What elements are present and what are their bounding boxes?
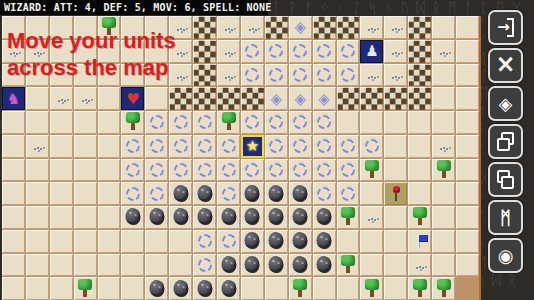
sand-tile[interactable] (121, 230, 144, 253)
rock-tile[interactable] (241, 206, 264, 229)
tree-tile[interactable] (408, 277, 431, 300)
rock-tile-icon (317, 256, 332, 273)
shrine-flower-tile-glyph: ◈ (289, 87, 312, 110)
sand-tile[interactable] (121, 277, 144, 300)
checker-wall-tile[interactable] (384, 87, 407, 110)
sand-tile[interactable] (456, 87, 479, 110)
sand-tile[interactable] (337, 277, 360, 300)
rock-tile[interactable] (313, 230, 336, 253)
sand-tile[interactable] (2, 159, 25, 182)
sand-tile[interactable] (98, 182, 121, 205)
sand-tile[interactable] (74, 254, 97, 277)
checker-wall-tile[interactable] (193, 64, 216, 87)
sand-tile[interactable] (456, 159, 479, 182)
scrub-tile[interactable] (74, 87, 97, 110)
exit-door-button[interactable]: → (488, 10, 523, 45)
sand-tile[interactable] (456, 206, 479, 229)
tree-tile[interactable] (337, 254, 360, 277)
sand-tile[interactable] (360, 182, 383, 205)
move-range-tile[interactable] (265, 40, 288, 63)
rock-tile[interactable] (121, 206, 144, 229)
sand-tile[interactable] (432, 254, 455, 277)
rock-tile[interactable] (145, 277, 168, 300)
sand-tile[interactable] (408, 135, 431, 158)
sand-tile[interactable] (384, 277, 407, 300)
scrub-tile[interactable] (432, 40, 455, 63)
sand-tile[interactable] (456, 135, 479, 158)
sand-tile[interactable] (26, 254, 49, 277)
checker-wall-tile[interactable] (337, 87, 360, 110)
shrine-flower-tile-glyph: ◈ (313, 87, 336, 110)
unit-wizard[interactable]: ★ (241, 135, 264, 158)
sand-tile[interactable] (26, 230, 49, 253)
circle-dot-button[interactable]: ◉ (488, 238, 523, 273)
sand-tile[interactable] (432, 87, 455, 110)
move-range-tile[interactable] (313, 40, 336, 63)
scrub-tile[interactable] (360, 64, 383, 87)
scrub-tile[interactable] (384, 16, 407, 39)
sand-tile[interactable] (74, 159, 97, 182)
tree-tile[interactable] (360, 277, 383, 300)
rock-tile-icon (245, 208, 260, 225)
rock-tile-icon (293, 232, 308, 249)
sand-tile[interactable] (26, 182, 49, 205)
sand-tile[interactable] (74, 111, 97, 134)
sand-tile[interactable] (74, 182, 97, 205)
sand-tile[interactable] (241, 277, 264, 300)
unit-horseman-glyph: ♞ (2, 87, 25, 110)
sand-tile[interactable] (384, 135, 407, 158)
sand-tile[interactable] (26, 277, 49, 300)
sand-tile[interactable] (2, 254, 25, 277)
scrub-tile[interactable] (360, 16, 383, 39)
sand-tile[interactable] (50, 182, 73, 205)
sand-tile[interactable] (337, 230, 360, 253)
rock-tile-icon (269, 256, 284, 273)
sand-tile[interactable] (169, 230, 192, 253)
sand-tile[interactable] (456, 16, 479, 39)
sand-tile[interactable] (121, 254, 144, 277)
move-range-tile[interactable] (217, 230, 240, 253)
checker-wall-tile[interactable] (408, 64, 431, 87)
sand-tile[interactable] (98, 111, 121, 134)
tree-tile[interactable] (289, 277, 312, 300)
checker-wall-tile[interactable] (169, 87, 192, 110)
scrub-tile[interactable] (384, 40, 407, 63)
sand-tile[interactable] (26, 206, 49, 229)
rock-tile[interactable] (265, 182, 288, 205)
scrub-tile[interactable] (408, 254, 431, 277)
unit-red-bird-glyph: ♥ (121, 87, 144, 110)
sand-tile[interactable] (456, 40, 479, 63)
sand-tile[interactable] (313, 277, 336, 300)
rock-tile[interactable] (193, 182, 216, 205)
move-range-tile[interactable] (313, 64, 336, 87)
rock-tile-icon (317, 208, 332, 225)
sand-tile[interactable] (432, 16, 455, 39)
rock-tile-icon (269, 185, 284, 202)
move-range-tile[interactable] (145, 111, 168, 134)
move-range-tile[interactable] (241, 111, 264, 134)
move-range-tile[interactable] (265, 64, 288, 87)
scrub-tile[interactable] (217, 64, 240, 87)
checker-wall-tile[interactable] (408, 16, 431, 39)
tree-tile[interactable] (337, 206, 360, 229)
shrine-flower-tile[interactable]: ◈ (289, 87, 312, 110)
tree-tile[interactable] (432, 159, 455, 182)
circle-dot-button-icon: ◉ (498, 247, 514, 265)
rock-tile[interactable] (169, 182, 192, 205)
move-range-tile[interactable] (289, 135, 312, 158)
sand-tile[interactable] (98, 277, 121, 300)
sand-tile[interactable] (50, 111, 73, 134)
move-range-tile[interactable] (337, 64, 360, 87)
scrub-tile[interactable] (50, 87, 73, 110)
move-range-tile[interactable] (121, 182, 144, 205)
rock-tile[interactable] (217, 206, 240, 229)
sand-tile[interactable] (145, 230, 168, 253)
pin-marker[interactable] (384, 182, 407, 205)
scrub-tile[interactable] (217, 16, 240, 39)
sand-tile[interactable] (456, 111, 479, 134)
move-range-tile[interactable] (289, 159, 312, 182)
sand-tile[interactable] (50, 159, 73, 182)
tree-tile[interactable] (408, 206, 431, 229)
checker-wall-tile[interactable] (193, 16, 216, 39)
scrub-tile[interactable] (360, 206, 383, 229)
sand-tile[interactable] (26, 159, 49, 182)
move-range-tile[interactable] (193, 254, 216, 277)
move-range-tile[interactable] (313, 182, 336, 205)
sand-tile[interactable] (74, 206, 97, 229)
scrub-tile[interactable] (217, 40, 240, 63)
move-range-tile[interactable] (313, 135, 336, 158)
rock-tile[interactable] (289, 254, 312, 277)
sand-tile[interactable] (98, 206, 121, 229)
rock-tile-icon (173, 208, 188, 225)
rock-tile[interactable] (193, 277, 216, 300)
sand-tile[interactable] (408, 182, 431, 205)
sand-tile[interactable] (456, 64, 479, 87)
rock-tile-icon (197, 185, 212, 202)
sand-tile[interactable] (2, 111, 25, 134)
sand-tile[interactable] (360, 111, 383, 134)
rune-m-button-icon: ᛗ (500, 209, 511, 227)
move-range-tile[interactable] (217, 135, 240, 158)
rock-tile-icon (173, 185, 188, 202)
tree-tile[interactable] (432, 277, 455, 300)
overlap-squares-button-2-icon (490, 164, 521, 195)
move-range-tile[interactable] (193, 159, 216, 182)
tree-tile[interactable] (74, 277, 97, 300)
unit-horseman[interactable]: ♞ (2, 87, 25, 110)
sand-tile[interactable] (432, 230, 455, 253)
unit-wizard-glyph: ★ (241, 135, 264, 158)
move-range-tile[interactable] (169, 111, 192, 134)
rock-tile[interactable] (265, 254, 288, 277)
sand-tile[interactable] (98, 159, 121, 182)
move-range-tile[interactable] (289, 40, 312, 63)
rock-tile[interactable] (313, 254, 336, 277)
cancel-button[interactable]: × (488, 48, 523, 83)
rock-tile-icon (245, 185, 260, 202)
rock-tile[interactable] (265, 206, 288, 229)
sand-tile[interactable] (360, 254, 383, 277)
checker-wall-tile[interactable] (360, 87, 383, 110)
sand-tile[interactable] (74, 230, 97, 253)
rock-tile-icon (197, 280, 212, 297)
sand-tile[interactable] (98, 87, 121, 110)
rock-tile-icon (245, 232, 260, 249)
sand-tile[interactable] (432, 64, 455, 87)
unit-red-bird[interactable]: ♥ (121, 87, 144, 110)
rock-tile[interactable] (289, 230, 312, 253)
sand-tile[interactable] (145, 87, 168, 110)
move-range-tile[interactable] (217, 182, 240, 205)
checker-wall-tile[interactable] (408, 87, 431, 110)
move-range-tile[interactable] (313, 159, 336, 182)
shrine-flower-tile[interactable]: ◈ (265, 87, 288, 110)
rock-tile-icon (269, 232, 284, 249)
sand-tile[interactable] (98, 254, 121, 277)
scrub-tile[interactable] (384, 64, 407, 87)
rock-tile[interactable] (289, 182, 312, 205)
move-range-tile[interactable] (193, 135, 216, 158)
unit-knight[interactable]: ♟ (360, 40, 383, 63)
tree-tile[interactable] (217, 111, 240, 134)
scrub-tile[interactable] (432, 135, 455, 158)
rock-tile-icon (149, 280, 164, 297)
sand-tile[interactable] (50, 277, 73, 300)
move-range-tile[interactable] (241, 64, 264, 87)
rock-tile-icon (221, 280, 236, 297)
rock-tile-icon (317, 232, 332, 249)
rock-tile-icon (173, 280, 188, 297)
rock-tile-icon (125, 208, 140, 225)
scrub-tile[interactable] (26, 135, 49, 158)
move-range-tile[interactable] (193, 111, 216, 134)
checker-wall-tile[interactable] (193, 87, 216, 110)
sand-tile[interactable] (26, 111, 49, 134)
overlap-squares-button-icon (490, 126, 521, 157)
move-range-tile[interactable] (169, 159, 192, 182)
checker-wall-tile[interactable] (217, 87, 240, 110)
sand-tile[interactable] (408, 159, 431, 182)
move-range-tile[interactable] (145, 135, 168, 158)
sand-tile[interactable] (456, 182, 479, 205)
rock-tile[interactable] (289, 206, 312, 229)
move-range-tile[interactable] (121, 135, 144, 158)
sand-tile[interactable] (384, 111, 407, 134)
rock-tile-icon (293, 185, 308, 202)
shrine-flower-tile[interactable]: ◈ (289, 16, 312, 39)
checker-wall-tile[interactable] (408, 40, 431, 63)
move-range-tile[interactable] (241, 40, 264, 63)
rune-m-button[interactable]: ᛗ (488, 200, 523, 235)
sand-tile[interactable] (145, 254, 168, 277)
move-range-tile[interactable] (313, 111, 336, 134)
move-range-tile[interactable] (145, 182, 168, 205)
rock-tile[interactable] (313, 206, 336, 229)
move-range-tile[interactable] (121, 159, 144, 182)
move-range-tile[interactable] (241, 159, 264, 182)
sand-tile[interactable] (2, 277, 25, 300)
rock-tile-icon (221, 208, 236, 225)
checker-wall-tile[interactable] (265, 16, 288, 39)
move-range-tile[interactable] (169, 135, 192, 158)
diamond-target-button-icon: ◈ (499, 95, 513, 113)
tree-tile[interactable] (360, 159, 383, 182)
move-range-tile[interactable] (265, 111, 288, 134)
sand-tile[interactable] (384, 206, 407, 229)
rock-tile-icon (197, 208, 212, 225)
rock-tile[interactable] (217, 277, 240, 300)
sand-tile[interactable] (98, 230, 121, 253)
sand-tile[interactable] (384, 254, 407, 277)
sand-tile[interactable] (2, 135, 25, 158)
diamond-target-button[interactable]: ◈ (488, 86, 523, 121)
move-range-tile[interactable] (217, 159, 240, 182)
sand-tile[interactable] (50, 135, 73, 158)
sand-tile[interactable] (169, 254, 192, 277)
rock-tile[interactable] (217, 254, 240, 277)
rock-tile-icon (293, 208, 308, 225)
move-range-tile[interactable] (265, 135, 288, 158)
move-range-tile[interactable] (337, 182, 360, 205)
tutorial-line-1: Move your units (7, 27, 176, 54)
exit-door-button-icon (507, 18, 514, 37)
sand-tile[interactable] (2, 206, 25, 229)
sand-tile[interactable] (265, 277, 288, 300)
move-range-tile[interactable] (337, 159, 360, 182)
rock-tile[interactable] (169, 206, 192, 229)
overlap-squares-button[interactable] (488, 124, 523, 159)
sand-tile[interactable] (50, 230, 73, 253)
sand-tile[interactable] (384, 159, 407, 182)
cancel-button-icon: × (495, 52, 515, 76)
sand-tile[interactable] (360, 230, 383, 253)
move-range-tile[interactable] (337, 40, 360, 63)
rock-tile[interactable] (241, 230, 264, 253)
action-sidebar: →×◈ᛗ◉ (480, 0, 534, 300)
tutorial-line-2: across the map (7, 54, 176, 81)
sand-tile[interactable] (50, 254, 73, 277)
unit-status-bar: WIZARD: ATT: 4, DEF: 5, MOV: 6, SPELL: N… (0, 0, 268, 15)
sand-tile[interactable] (456, 254, 479, 277)
sand-tile[interactable] (432, 182, 455, 205)
rock-tile[interactable] (169, 277, 192, 300)
shrine-flower-tile[interactable]: ◈ (313, 87, 336, 110)
rock-tile-icon (221, 256, 236, 273)
move-range-tile[interactable] (360, 135, 383, 158)
checker-wall-tile[interactable] (337, 16, 360, 39)
shrine-flower-tile-glyph: ◈ (289, 16, 312, 39)
scrub-tile[interactable] (241, 16, 264, 39)
rock-tile[interactable] (241, 182, 264, 205)
shrine-flower-tile-glyph: ◈ (265, 87, 288, 110)
unit-knight-glyph: ♟ (360, 40, 383, 63)
move-range-tile[interactable] (193, 230, 216, 253)
move-range-tile[interactable] (289, 111, 312, 134)
sand-tile[interactable] (456, 230, 479, 253)
sand-tile[interactable] (432, 111, 455, 134)
move-range-tile[interactable] (145, 159, 168, 182)
flag-marker[interactable] (408, 230, 431, 253)
status-text: WIZARD: ATT: 4, DEF: 5, MOV: 6, SPELL: N… (4, 2, 271, 13)
checker-wall-tile[interactable] (241, 87, 264, 110)
checker-wall-tile[interactable] (193, 40, 216, 63)
rock-tile-icon (293, 256, 308, 273)
rock-tile[interactable] (241, 254, 264, 277)
rock-tile[interactable] (145, 206, 168, 229)
sand-tile[interactable] (337, 111, 360, 134)
overlap-squares-button-2[interactable] (488, 162, 523, 197)
sand-tile[interactable] (384, 230, 407, 253)
rock-tile[interactable] (265, 230, 288, 253)
rock-tile-icon (269, 208, 284, 225)
tree-tile[interactable] (121, 111, 144, 134)
sand-tile[interactable] (408, 111, 431, 134)
sand-tile[interactable] (98, 135, 121, 158)
move-range-tile[interactable] (337, 135, 360, 158)
sand-tile[interactable] (74, 135, 97, 158)
sand-tile[interactable] (432, 206, 455, 229)
rock-tile[interactable] (193, 206, 216, 229)
tutorial-text: Move your units across the map (7, 27, 176, 81)
sand-tile[interactable] (50, 206, 73, 229)
rock-tile-icon (245, 256, 260, 273)
sand-tile[interactable] (26, 87, 49, 110)
move-range-tile[interactable] (289, 64, 312, 87)
rock-tile-icon (149, 208, 164, 225)
sand-tile[interactable] (2, 230, 25, 253)
move-range-tile[interactable] (265, 159, 288, 182)
checker-wall-tile[interactable] (313, 16, 336, 39)
sand-tile[interactable] (2, 182, 25, 205)
